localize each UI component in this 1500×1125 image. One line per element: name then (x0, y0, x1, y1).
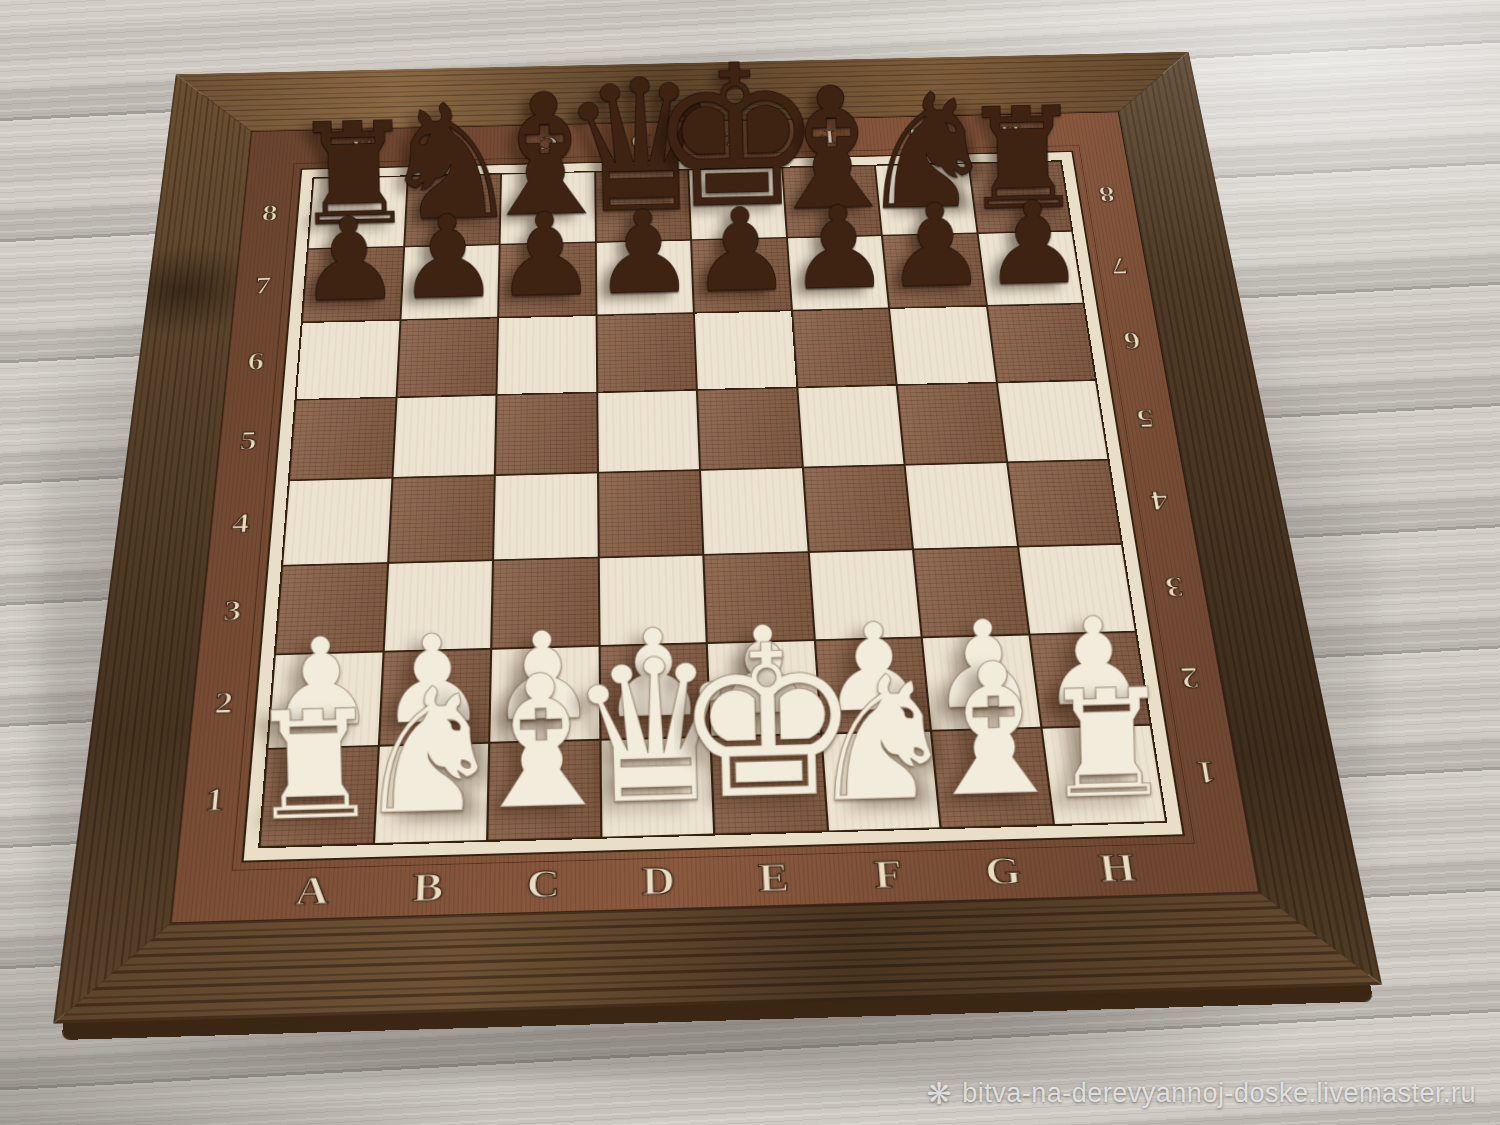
square-e6[interactable] (695, 311, 796, 389)
square-b7[interactable]: ♟ (401, 245, 499, 319)
piece-black-pawn-g7[interactable]: ♟ (883, 188, 988, 305)
piece-black-pawn-f7[interactable]: ♟ (786, 190, 891, 307)
rank-label-left-3: 3 (198, 566, 267, 657)
piece-black-pawn-c7[interactable]: ♟ (493, 197, 599, 314)
chess-board: ABCDEFGH 87654321 87654321 ABCDEFGH ♜♞♝♛… (53, 52, 1382, 1024)
square-g7[interactable]: ♟ (883, 234, 986, 308)
square-h5[interactable] (997, 381, 1107, 462)
rank-label-left-6: 6 (224, 322, 288, 401)
square-h7[interactable]: ♟ (978, 231, 1083, 305)
rank-label-left-5: 5 (216, 400, 281, 483)
piece-black-pawn-h7[interactable]: ♟ (981, 186, 1086, 302)
board-grid: ♜♞♝♛♚♝♞♜♟♟♟♟♟♟♟♟♟♟♟♟♟♟♟♟♜♞♝♛♚♞♝♜ (258, 160, 1167, 848)
piece-black-pawn-b7[interactable]: ♟ (395, 199, 501, 316)
photo-scene: ABCDEFGH 87654321 87654321 ABCDEFGH ♜♞♝♛… (0, 0, 1500, 1125)
square-g5[interactable] (898, 383, 1006, 464)
square-d6[interactable] (597, 314, 696, 392)
file-label-top-e: E (686, 119, 781, 159)
piece-black-pawn-d7[interactable]: ♟ (591, 195, 696, 312)
file-label-top-c: C (501, 124, 595, 164)
square-g1[interactable]: ♝ (932, 728, 1052, 827)
piece-black-pawn-a7[interactable]: ♟ (297, 202, 403, 319)
square-e7[interactable]: ♟ (692, 238, 791, 312)
file-label-top-g: G (871, 115, 968, 155)
square-h1[interactable]: ♜ (1042, 725, 1165, 824)
snowflake-ornament-icon: ❋ (927, 1076, 953, 1111)
square-a5[interactable] (290, 398, 395, 480)
square-f7[interactable]: ♟ (787, 236, 888, 310)
file-label-top-h: H (963, 113, 1061, 153)
square-b6[interactable] (397, 318, 497, 396)
square-a7[interactable]: ♟ (303, 247, 403, 321)
file-label-top-d: D (594, 121, 688, 161)
square-d5[interactable] (598, 390, 699, 471)
file-label-bottom-c: C (485, 853, 601, 915)
square-c5[interactable] (496, 393, 597, 475)
square-d7[interactable]: ♟ (596, 240, 693, 314)
piece-black-pawn-e7[interactable]: ♟ (688, 193, 793, 310)
square-c7[interactable]: ♟ (499, 243, 595, 317)
watermark-text: bitva-na-derevyannoj-doske.livemaster.ru (962, 1078, 1476, 1109)
watermark: ❋ bitva-na-derevyannoj-doske.livemaster.… (927, 1076, 1476, 1111)
file-label-top-b: B (407, 126, 502, 166)
square-c6[interactable] (497, 316, 595, 394)
square-b5[interactable] (393, 395, 495, 477)
file-label-top-f: F (779, 117, 875, 157)
file-label-bottom-e: E (715, 846, 833, 908)
piece-white-rook-h1[interactable]: ♜ (1039, 668, 1176, 820)
file-label-top-a: A (313, 128, 409, 168)
rank-label-left-1: 1 (178, 750, 251, 851)
square-f5[interactable] (798, 385, 904, 466)
